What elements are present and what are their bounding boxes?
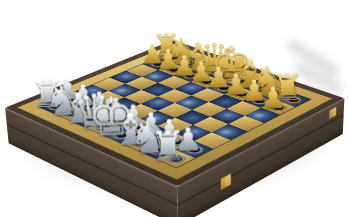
scene-wrapper: ♜♞♝♛♚♝♞♜♟♟♟♟♟♟♟♟♟♟♟♟♟♟♟♟♜♞♝♛♚♝♞♜	[0, 0, 350, 217]
product-photo-chess-set: ♜♞♝♛♚♝♞♜♟♟♟♟♟♟♟♟♟♟♟♟♟♟♟♟♜♞♝♛♚♝♞♜	[0, 0, 350, 217]
piece-black-pawn[interactable]: ♟	[259, 84, 286, 113]
brass-latch	[220, 172, 231, 191]
piece-white-rook[interactable]: ♜	[150, 127, 187, 166]
brass-hinge	[329, 106, 337, 120]
